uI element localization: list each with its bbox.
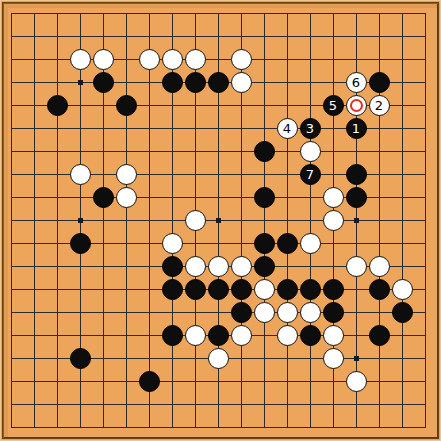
white-stone	[346, 256, 367, 277]
star-point	[78, 80, 83, 85]
black-stone: 5	[323, 95, 344, 116]
white-stone	[323, 210, 344, 231]
white-stone	[231, 49, 252, 70]
star-point	[78, 218, 83, 223]
go-board: 6524317	[0, 0, 441, 441]
white-stone	[300, 233, 321, 254]
white-stone	[231, 72, 252, 93]
black-stone	[254, 233, 275, 254]
white-stone	[254, 279, 275, 300]
black-stone	[185, 72, 206, 93]
black-stone	[346, 187, 367, 208]
black-stone	[254, 141, 275, 162]
white-stone	[392, 279, 413, 300]
go-diagram: 6524317	[0, 0, 441, 441]
black-stone	[70, 233, 91, 254]
black-stone	[47, 95, 68, 116]
white-stone	[208, 256, 229, 277]
black-stone	[231, 302, 252, 323]
white-stone	[300, 302, 321, 323]
white-stone	[231, 325, 252, 346]
white-stone	[369, 256, 390, 277]
black-stone	[162, 256, 183, 277]
white-stone	[116, 187, 137, 208]
white-stone	[277, 302, 298, 323]
white-stone: 6	[346, 72, 367, 93]
black-stone	[185, 279, 206, 300]
white-stone	[70, 164, 91, 185]
white-stone	[139, 49, 160, 70]
black-stone	[208, 325, 229, 346]
white-stone	[346, 95, 367, 116]
move-number: 2	[375, 99, 383, 112]
white-stone	[323, 348, 344, 369]
white-stone	[185, 325, 206, 346]
black-stone	[162, 72, 183, 93]
black-stone	[254, 256, 275, 277]
white-stone	[323, 325, 344, 346]
black-stone: 1	[346, 118, 367, 139]
white-stone	[300, 141, 321, 162]
black-stone	[93, 72, 114, 93]
black-stone	[139, 371, 160, 392]
white-stone	[208, 348, 229, 369]
move-number: 5	[329, 99, 337, 112]
black-stone	[162, 325, 183, 346]
black-stone	[346, 164, 367, 185]
white-stone	[323, 187, 344, 208]
black-stone: 3	[300, 118, 321, 139]
black-stone	[70, 348, 91, 369]
white-stone: 4	[277, 118, 298, 139]
black-stone	[369, 72, 390, 93]
black-stone	[369, 325, 390, 346]
board-grid: 6524317	[11, 13, 426, 428]
move-number: 6	[352, 76, 360, 89]
white-stone	[185, 256, 206, 277]
white-stone	[277, 325, 298, 346]
black-stone	[93, 187, 114, 208]
white-stone	[231, 256, 252, 277]
black-stone	[323, 279, 344, 300]
white-stone	[185, 49, 206, 70]
black-stone	[300, 279, 321, 300]
move-number: 3	[306, 122, 314, 135]
white-stone	[116, 164, 137, 185]
black-stone	[208, 279, 229, 300]
move-number: 7	[306, 168, 314, 181]
white-stone	[93, 49, 114, 70]
black-stone	[277, 233, 298, 254]
black-stone: 7	[300, 164, 321, 185]
white-stone	[162, 49, 183, 70]
white-stone	[254, 302, 275, 323]
move-number: 1	[352, 122, 360, 135]
black-stone	[208, 72, 229, 93]
white-stone	[185, 210, 206, 231]
white-stone	[70, 49, 91, 70]
black-stone	[231, 279, 252, 300]
star-point	[354, 218, 359, 223]
star-point	[354, 356, 359, 361]
star-point	[216, 218, 221, 223]
white-stone	[162, 233, 183, 254]
black-stone	[392, 302, 413, 323]
black-stone	[277, 279, 298, 300]
white-stone	[346, 371, 367, 392]
black-stone	[254, 187, 275, 208]
black-stone	[116, 95, 137, 116]
black-stone	[323, 302, 344, 323]
circle-marker	[350, 99, 363, 112]
white-stone: 2	[369, 95, 390, 116]
black-stone	[369, 279, 390, 300]
black-stone	[162, 279, 183, 300]
move-number: 4	[283, 122, 291, 135]
black-stone	[300, 325, 321, 346]
